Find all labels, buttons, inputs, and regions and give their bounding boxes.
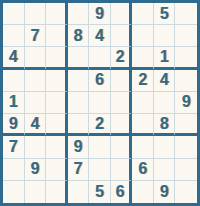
cell-r1c3[interactable] — [46, 3, 68, 25]
cell-r7c1[interactable]: 7 — [3, 136, 25, 158]
cell-r3c3[interactable] — [46, 47, 68, 69]
cell-r2c1[interactable] — [3, 25, 25, 47]
cell-r6c5[interactable]: 2 — [89, 114, 111, 136]
cell-r7c5[interactable] — [89, 136, 111, 158]
cell-r3c4[interactable] — [68, 47, 90, 69]
cell-r3c2[interactable] — [25, 47, 47, 69]
cell-r2c7[interactable] — [132, 25, 154, 47]
cell-r7c3[interactable] — [46, 136, 68, 158]
cell-r5c4[interactable] — [68, 92, 90, 114]
cell-r6c9[interactable] — [175, 114, 197, 136]
sudoku-board: 9578442162419942879976569 — [0, 0, 200, 206]
cell-r7c2[interactable] — [25, 136, 47, 158]
cell-r9c1[interactable] — [3, 181, 25, 203]
cell-r2c3[interactable] — [46, 25, 68, 47]
cell-r8c4[interactable]: 7 — [68, 159, 90, 181]
cell-r1c8[interactable]: 5 — [154, 3, 176, 25]
cell-r2c5[interactable]: 4 — [89, 25, 111, 47]
cell-r8c6[interactable] — [111, 159, 133, 181]
cell-r1c7[interactable] — [132, 3, 154, 25]
cell-r7c7[interactable] — [132, 136, 154, 158]
cell-r7c8[interactable] — [154, 136, 176, 158]
cell-r7c9[interactable] — [175, 136, 197, 158]
cell-r7c6[interactable] — [111, 136, 133, 158]
cell-r1c1[interactable] — [3, 3, 25, 25]
cell-r4c9[interactable] — [175, 70, 197, 92]
cell-r5c8[interactable] — [154, 92, 176, 114]
cell-r6c1[interactable]: 9 — [3, 114, 25, 136]
cell-r1c9[interactable] — [175, 3, 197, 25]
cell-r4c3[interactable] — [46, 70, 68, 92]
cell-r6c6[interactable] — [111, 114, 133, 136]
cell-r3c5[interactable] — [89, 47, 111, 69]
cell-r3c7[interactable] — [132, 47, 154, 69]
cell-r1c6[interactable] — [111, 3, 133, 25]
cell-r4c4[interactable] — [68, 70, 90, 92]
cell-r6c2[interactable]: 4 — [25, 114, 47, 136]
cell-r9c7[interactable] — [132, 181, 154, 203]
cell-r1c2[interactable] — [25, 3, 47, 25]
cell-r8c3[interactable] — [46, 159, 68, 181]
cell-r6c8[interactable]: 8 — [154, 114, 176, 136]
cell-r5c9[interactable]: 9 — [175, 92, 197, 114]
cell-r8c8[interactable] — [154, 159, 176, 181]
cell-r4c6[interactable] — [111, 70, 133, 92]
cell-r6c4[interactable] — [68, 114, 90, 136]
cell-r5c6[interactable] — [111, 92, 133, 114]
cell-r6c3[interactable] — [46, 114, 68, 136]
cell-r9c9[interactable] — [175, 181, 197, 203]
cell-r5c3[interactable] — [46, 92, 68, 114]
cell-r8c2[interactable]: 9 — [25, 159, 47, 181]
cell-r2c6[interactable] — [111, 25, 133, 47]
cell-r2c8[interactable] — [154, 25, 176, 47]
cell-r8c9[interactable] — [175, 159, 197, 181]
cell-r2c9[interactable] — [175, 25, 197, 47]
cell-r9c4[interactable] — [68, 181, 90, 203]
cell-r9c5[interactable]: 5 — [89, 181, 111, 203]
cell-r5c2[interactable] — [25, 92, 47, 114]
cell-r6c7[interactable] — [132, 114, 154, 136]
cell-r3c6[interactable]: 2 — [111, 47, 133, 69]
cell-r4c1[interactable] — [3, 70, 25, 92]
cell-r7c4[interactable]: 9 — [68, 136, 90, 158]
cell-r8c1[interactable] — [3, 159, 25, 181]
cell-r2c4[interactable]: 8 — [68, 25, 90, 47]
cell-r9c3[interactable] — [46, 181, 68, 203]
cell-r9c2[interactable] — [25, 181, 47, 203]
cell-r9c8[interactable]: 9 — [154, 181, 176, 203]
cell-r8c5[interactable] — [89, 159, 111, 181]
cell-r5c1[interactable]: 1 — [3, 92, 25, 114]
cell-r8c7[interactable]: 6 — [132, 159, 154, 181]
cell-r2c2[interactable]: 7 — [25, 25, 47, 47]
cell-r4c2[interactable] — [25, 70, 47, 92]
cell-r3c8[interactable]: 1 — [154, 47, 176, 69]
cell-r1c5[interactable]: 9 — [89, 3, 111, 25]
cell-r5c7[interactable] — [132, 92, 154, 114]
cell-r3c9[interactable] — [175, 47, 197, 69]
cell-r4c8[interactable]: 4 — [154, 70, 176, 92]
cell-r4c5[interactable]: 6 — [89, 70, 111, 92]
cell-r4c7[interactable]: 2 — [132, 70, 154, 92]
cell-r1c4[interactable] — [68, 3, 90, 25]
cell-r3c1[interactable]: 4 — [3, 47, 25, 69]
cell-r9c6[interactable]: 6 — [111, 181, 133, 203]
cell-r5c5[interactable] — [89, 92, 111, 114]
